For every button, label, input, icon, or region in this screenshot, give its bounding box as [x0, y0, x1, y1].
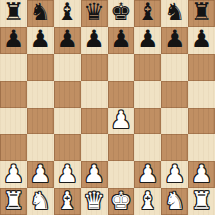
square-d8[interactable]: ♛ [81, 0, 108, 27]
square-h7[interactable]: ♟ [188, 27, 215, 54]
square-e5[interactable] [108, 81, 135, 108]
square-c2[interactable]: ♟ [54, 161, 81, 188]
square-c6[interactable] [54, 54, 81, 81]
square-d7[interactable]: ♟ [81, 27, 108, 54]
black-bishop[interactable]: ♝ [137, 0, 159, 24]
white-bishop[interactable]: ♝ [56, 189, 78, 213]
square-e7[interactable]: ♟ [108, 27, 135, 54]
square-b6[interactable] [27, 54, 54, 81]
black-rook[interactable]: ♜ [3, 0, 25, 24]
square-f6[interactable] [134, 54, 161, 81]
square-f5[interactable] [134, 81, 161, 108]
white-pawn[interactable]: ♟ [110, 108, 132, 132]
square-b2[interactable]: ♟ [27, 161, 54, 188]
square-e3[interactable] [108, 134, 135, 161]
black-pawn[interactable]: ♟ [56, 27, 78, 51]
square-c4[interactable] [54, 108, 81, 135]
square-a7[interactable]: ♟ [0, 27, 27, 54]
black-king[interactable]: ♚ [110, 0, 132, 24]
square-c7[interactable]: ♟ [54, 27, 81, 54]
white-bishop[interactable]: ♝ [137, 189, 159, 213]
square-d3[interactable] [81, 134, 108, 161]
black-pawn[interactable]: ♟ [137, 27, 159, 51]
black-queen[interactable]: ♛ [83, 0, 105, 24]
square-h3[interactable] [188, 134, 215, 161]
square-c1[interactable]: ♝ [54, 188, 81, 215]
square-d6[interactable] [81, 54, 108, 81]
black-pawn[interactable]: ♟ [191, 27, 213, 51]
square-g1[interactable]: ♞ [161, 188, 188, 215]
square-b4[interactable] [27, 108, 54, 135]
black-pawn[interactable]: ♟ [164, 27, 186, 51]
square-d5[interactable] [81, 81, 108, 108]
square-f1[interactable]: ♝ [134, 188, 161, 215]
square-c3[interactable] [54, 134, 81, 161]
square-d4[interactable] [81, 108, 108, 135]
black-pawn[interactable]: ♟ [3, 27, 25, 51]
square-h8[interactable]: ♜ [188, 0, 215, 27]
black-knight[interactable]: ♞ [164, 0, 186, 24]
square-g3[interactable] [161, 134, 188, 161]
square-g7[interactable]: ♟ [161, 27, 188, 54]
square-a8[interactable]: ♜ [0, 0, 27, 27]
square-e4[interactable]: ♟ [108, 108, 135, 135]
square-f2[interactable]: ♟ [134, 161, 161, 188]
square-e1[interactable]: ♚ [108, 188, 135, 215]
white-queen[interactable]: ♛ [83, 189, 105, 213]
square-a2[interactable]: ♟ [0, 161, 27, 188]
square-a3[interactable] [0, 134, 27, 161]
black-knight[interactable]: ♞ [30, 0, 52, 24]
square-e2[interactable] [108, 161, 135, 188]
square-f8[interactable]: ♝ [134, 0, 161, 27]
square-g2[interactable]: ♟ [161, 161, 188, 188]
white-rook[interactable]: ♜ [3, 189, 25, 213]
white-pawn[interactable]: ♟ [137, 162, 159, 186]
white-pawn[interactable]: ♟ [164, 162, 186, 186]
white-pawn[interactable]: ♟ [30, 162, 52, 186]
white-knight[interactable]: ♞ [164, 189, 186, 213]
square-b3[interactable] [27, 134, 54, 161]
white-knight[interactable]: ♞ [30, 189, 52, 213]
square-g5[interactable] [161, 81, 188, 108]
square-d1[interactable]: ♛ [81, 188, 108, 215]
square-a4[interactable] [0, 108, 27, 135]
square-h4[interactable] [188, 108, 215, 135]
square-a1[interactable]: ♜ [0, 188, 27, 215]
square-h1[interactable]: ♜ [188, 188, 215, 215]
square-g6[interactable] [161, 54, 188, 81]
square-a6[interactable] [0, 54, 27, 81]
square-b5[interactable] [27, 81, 54, 108]
square-h6[interactable] [188, 54, 215, 81]
square-h2[interactable]: ♟ [188, 161, 215, 188]
chess-board: ♜♞♝♛♚♝♞♜♟♟♟♟♟♟♟♟♟♟♟♟♟♟♟♟♜♞♝♛♚♝♞♜ [0, 0, 215, 215]
square-e6[interactable] [108, 54, 135, 81]
square-e8[interactable]: ♚ [108, 0, 135, 27]
black-rook[interactable]: ♜ [191, 0, 213, 24]
white-pawn[interactable]: ♟ [83, 162, 105, 186]
black-pawn[interactable]: ♟ [83, 27, 105, 51]
white-king[interactable]: ♚ [110, 189, 132, 213]
square-c5[interactable] [54, 81, 81, 108]
black-pawn[interactable]: ♟ [110, 27, 132, 51]
square-f4[interactable] [134, 108, 161, 135]
white-rook[interactable]: ♜ [191, 189, 213, 213]
black-pawn[interactable]: ♟ [30, 27, 52, 51]
square-h5[interactable] [188, 81, 215, 108]
square-g8[interactable]: ♞ [161, 0, 188, 27]
white-pawn[interactable]: ♟ [191, 162, 213, 186]
white-pawn[interactable]: ♟ [56, 162, 78, 186]
square-b8[interactable]: ♞ [27, 0, 54, 27]
square-a5[interactable] [0, 81, 27, 108]
square-b1[interactable]: ♞ [27, 188, 54, 215]
square-d2[interactable]: ♟ [81, 161, 108, 188]
square-f3[interactable] [134, 134, 161, 161]
square-c8[interactable]: ♝ [54, 0, 81, 27]
white-pawn[interactable]: ♟ [3, 162, 25, 186]
square-f7[interactable]: ♟ [134, 27, 161, 54]
square-g4[interactable] [161, 108, 188, 135]
black-bishop[interactable]: ♝ [56, 0, 78, 24]
square-b7[interactable]: ♟ [27, 27, 54, 54]
